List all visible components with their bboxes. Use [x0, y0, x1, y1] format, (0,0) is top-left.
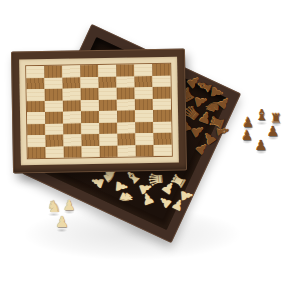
product-photo-chess-set: ♟♝♟♜♟♞♟♛♟♜♟♟♝♟♟♟♞♟♝♟♛♟♜♟♟♞♟♟ ♟♝♜♟♟♟♞♟♟ [0, 0, 288, 288]
dark-pawn-piece: ♟ [255, 138, 268, 152]
light-pawn-piece: ♟ [55, 215, 68, 230]
light-knight-piece: ♞ [47, 199, 61, 215]
dark-pawn-piece: ♟ [241, 129, 253, 142]
light-pawn-piece: ♟ [63, 198, 76, 212]
loose-pieces-layer: ♟♝♜♟♟♟♞♟♟ [0, 0, 288, 288]
dark-pawn-piece: ♟ [267, 124, 280, 138]
dark-bishop-piece: ♝ [255, 108, 268, 123]
